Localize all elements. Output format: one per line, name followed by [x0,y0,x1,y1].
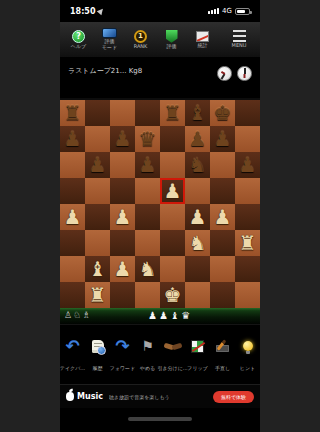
square-e7[interactable] [160,126,185,152]
piece-black-p-d6: ♟ [135,152,160,178]
stats-label: 統計 [198,43,208,49]
captured-pieces-bar: ♙♘♗ ♟♟♝♛ [60,306,260,324]
piece-black-r-a8: ♜ [60,100,85,126]
last-move-label: ラストムーブ21... Kg8 [68,66,142,76]
square-a1[interactable] [60,282,85,308]
history-label: 履歴 [93,365,103,371]
ad-brand-block: Music [66,392,103,401]
draw-icon [164,331,182,361]
top-toolbar-item-stats[interactable]: 統計 [187,31,218,49]
piece-white-p-c2: ♟ [110,256,135,282]
history-icon [92,331,104,361]
square-f3[interactable]: ♞ [185,230,210,256]
square-d2[interactable]: ♞ [135,256,160,282]
bottom-toolbar-item-forward[interactable]: ↷フォワード [110,331,135,384]
piece-white-n-f3: ♞ [185,230,210,256]
resign-icon: ⚑ [141,331,154,361]
status-time: 18:50 [70,7,95,16]
network-label: 4G [222,7,232,15]
square-h6[interactable]: ♟ [235,152,260,178]
forward-icon: ↷ [115,331,129,361]
signal-icon [208,8,219,14]
top-toolbar-item-rating[interactable]: 評価 [156,30,187,50]
forward-label: フォワード [110,365,135,371]
ad-banner[interactable]: Music 聴き放題で音楽を楽しもう 無料で体験 [60,384,260,408]
status-left: 18:50 [70,7,104,16]
piece-white-n-d2: ♞ [135,256,160,282]
square-d4[interactable] [135,204,160,230]
square-h8[interactable] [235,100,260,126]
piece-white-k-e1: ♚ [160,282,185,308]
app-screen: 18:50 4G ?ヘルプ評価 モード1RANK評価統計MENU ラストムーブ2… [60,0,260,432]
square-f6[interactable]: ♞ [185,152,210,178]
square-g5[interactable] [210,178,235,204]
bottom-toolbar-item-hint[interactable]: ヒント [235,331,260,384]
piece-black-p-f7: ♟ [185,126,210,152]
captured-queen: ♛ [181,311,190,321]
takeback-icon: ↶ [65,331,79,361]
square-b7[interactable] [85,126,110,152]
captured-bishop: ♝ [170,311,179,321]
piece-white-p-e5: ♟ [160,178,185,204]
square-e5[interactable]: ♟ [160,178,185,204]
square-c4[interactable]: ♟ [110,204,135,230]
rating-icon [166,30,178,43]
square-d7[interactable]: ♛ [135,126,160,152]
customize-icon [215,331,230,361]
help-label: ヘルプ [71,44,86,50]
black-clock-icon [237,66,252,81]
square-c3[interactable] [110,230,135,256]
captured-white-pieces: ♟♟♝♛ [148,311,190,321]
square-c5[interactable] [110,178,135,204]
square-h4[interactable] [235,204,260,230]
captured-pawn: ♙ [64,311,72,320]
square-f1[interactable] [185,282,210,308]
square-e8[interactable]: ♜ [160,100,185,126]
square-f5[interactable] [185,178,210,204]
rank-icon: 1 [134,30,147,43]
square-c2[interactable]: ♟ [110,256,135,282]
hint-icon [243,331,253,361]
captured-bishop: ♗ [82,311,90,320]
square-h5[interactable] [235,178,260,204]
top-toolbar: ?ヘルプ評価 モード1RANK評価統計MENU [60,22,260,58]
square-c8[interactable] [110,100,135,126]
top-toolbar-item-rank[interactable]: 1RANK [125,30,156,50]
flip-label: フリップ [187,365,207,371]
bottom-toolbar-item-takeback[interactable]: ↶テイクバ... [60,331,85,384]
piece-black-n-f6: ♞ [185,152,210,178]
piece-white-p-a4: ♟ [60,204,85,230]
square-h7[interactable] [235,126,260,152]
square-b4[interactable] [85,204,110,230]
bottom-toolbar-item-customize[interactable]: 手直し [210,331,235,384]
square-g2[interactable] [210,256,235,282]
eval-mode-icon [102,28,117,38]
ad-cta-button[interactable]: 無料で体験 [213,391,254,403]
piece-black-b-f8: ♝ [185,100,210,126]
square-h1[interactable] [235,282,260,308]
square-f8[interactable]: ♝ [185,100,210,126]
captured-black-pieces: ♙♘♗ [64,311,90,320]
piece-black-r-e8: ♜ [160,100,185,126]
square-b5[interactable] [85,178,110,204]
square-d5[interactable] [135,178,160,204]
info-bar: ラストムーブ21... Kg8 [60,58,260,98]
square-b1[interactable]: ♜ [85,282,110,308]
top-toolbar-item-eval-mode[interactable]: 評価 モード [94,28,125,51]
square-a7[interactable]: ♟ [60,126,85,152]
status-bar: 18:50 4G [60,0,260,22]
battery-icon [235,8,250,15]
piece-white-p-c4: ♟ [110,204,135,230]
captured-knight: ♘ [73,311,81,320]
piece-white-p-g4: ♟ [210,204,235,230]
square-g3[interactable] [210,230,235,256]
white-clock-icon [217,66,232,81]
piece-black-p-b6: ♟ [85,152,110,178]
square-g7[interactable]: ♟ [210,126,235,152]
top-toolbar-item-help[interactable]: ?ヘルプ [63,30,94,50]
square-e6[interactable] [160,152,185,178]
square-f7[interactable]: ♟ [185,126,210,152]
square-d1[interactable] [135,282,160,308]
bottom-toolbar-item-resign[interactable]: ⚑やめる [135,331,160,384]
square-e4[interactable] [160,204,185,230]
piece-black-p-a7: ♟ [60,126,85,152]
bottom-toolbar-item-flip[interactable]: フリップ [185,331,210,384]
status-right: 4G [208,7,250,15]
square-b3[interactable] [85,230,110,256]
ad-brand-label: Music [77,392,103,401]
draw-label: 引き分けに... [157,365,187,371]
piece-white-p-f4: ♟ [185,204,210,230]
square-d3[interactable] [135,230,160,256]
bottom-toolbar: ↶テイクバ...履歴↷フォワード⚑やめる引き分けに...フリップ手直しヒント [60,324,260,384]
piece-black-p-g7: ♟ [210,126,235,152]
eval-mode-label: 評価 モード [102,39,117,51]
home-indicator[interactable] [128,417,192,421]
square-b6[interactable]: ♟ [85,152,110,178]
takeback-label: テイクバ... [60,365,85,371]
help-icon: ? [72,30,85,43]
rank-label: RANK [134,44,148,50]
location-icon [97,7,105,15]
square-a5[interactable] [60,178,85,204]
piece-black-q-d7: ♛ [135,126,160,152]
piece-white-b-b2: ♝ [85,256,110,282]
square-h2[interactable] [235,256,260,282]
square-e2[interactable] [160,256,185,282]
square-g8[interactable]: ♚ [210,100,235,126]
piece-white-r-b1: ♜ [85,282,110,308]
apple-logo-icon [66,392,74,401]
square-d8[interactable] [135,100,160,126]
piece-white-r-h3: ♜ [235,230,260,256]
square-b2[interactable]: ♝ [85,256,110,282]
menu-label: MENU [232,43,247,49]
captured-pawn: ♟ [159,311,168,321]
square-h3[interactable]: ♜ [235,230,260,256]
captured-pawn: ♟ [148,311,157,321]
hint-label: ヒント [240,365,255,371]
rating-label: 評価 [167,44,177,50]
square-a4[interactable]: ♟ [60,204,85,230]
square-c7[interactable]: ♟ [110,126,135,152]
square-f4[interactable]: ♟ [185,204,210,230]
customize-label: 手直し [215,365,230,371]
square-d6[interactable]: ♟ [135,152,160,178]
square-a6[interactable] [60,152,85,178]
square-a3[interactable] [60,230,85,256]
square-c1[interactable] [110,282,135,308]
square-e3[interactable] [160,230,185,256]
ad-text: 聴き放題で音楽を楽しもう [109,394,213,400]
top-toolbar-item-menu[interactable]: MENU [221,30,257,49]
stats-icon [196,31,209,42]
chess-board: ♜♜♝♚♟♟♛♟♟♟♟♞♟♟♟♟♟♟♞♜♝♟♞♜♚ [60,98,260,306]
flip-icon [191,331,204,361]
square-e1[interactable]: ♚ [160,282,185,308]
resign-label: やめる [140,365,155,371]
square-g1[interactable] [210,282,235,308]
bottom-toolbar-item-draw[interactable]: 引き分けに... [160,331,185,384]
clocks [217,66,252,81]
piece-black-k-g8: ♚ [210,100,235,126]
square-f2[interactable] [185,256,210,282]
bottom-toolbar-item-history[interactable]: 履歴 [85,331,110,384]
square-g6[interactable] [210,152,235,178]
piece-black-p-h6: ♟ [235,152,260,178]
menu-icon [233,30,246,42]
home-area [60,408,260,429]
square-b8[interactable] [85,100,110,126]
square-g4[interactable]: ♟ [210,204,235,230]
piece-black-p-c7: ♟ [110,126,135,152]
square-a2[interactable] [60,256,85,282]
square-c6[interactable] [110,152,135,178]
square-a8[interactable]: ♜ [60,100,85,126]
